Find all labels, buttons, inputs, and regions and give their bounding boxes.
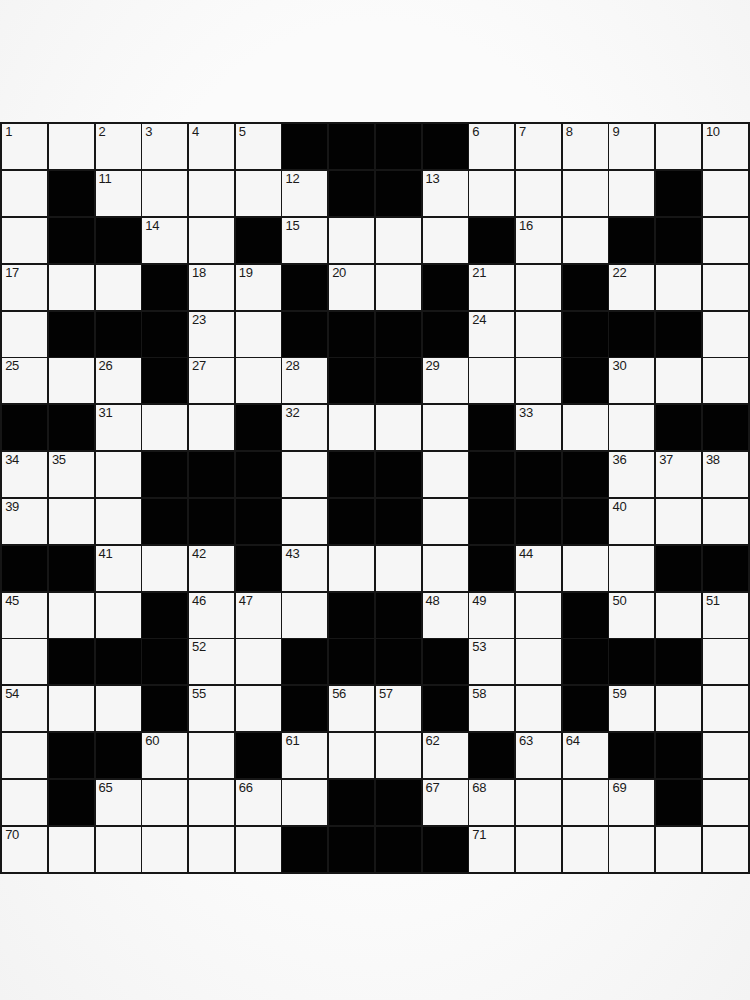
cell-r11c7[interactable]	[282, 593, 327, 638]
cell-r6c1[interactable]: 25	[2, 358, 47, 403]
cell-r4c1[interactable]: 17	[2, 265, 47, 310]
cell-r5c7	[282, 312, 327, 357]
clue-number: 41	[99, 547, 113, 561]
cell-r3c10[interactable]	[423, 218, 468, 263]
cell-r14c6	[236, 733, 281, 778]
cell-r4c8[interactable]: 20	[329, 265, 374, 310]
clue-number: 34	[5, 453, 19, 467]
cell-r3c14	[609, 218, 654, 263]
cell-r14c2	[49, 733, 94, 778]
cell-r2c15	[656, 171, 701, 216]
cell-r10c16	[703, 546, 748, 591]
cell-r2c8	[329, 171, 374, 216]
cell-r7c4[interactable]	[142, 405, 187, 450]
cell-r12c4	[142, 639, 187, 684]
cell-r10c9[interactable]	[376, 546, 421, 591]
cell-r10c3[interactable]: 41	[96, 546, 141, 591]
cell-r14c10[interactable]: 62	[423, 733, 468, 778]
cell-r13c1[interactable]: 54	[2, 686, 47, 731]
cell-r11c14[interactable]: 50	[609, 593, 654, 638]
clue-number: 43	[285, 547, 299, 561]
cell-r11c2[interactable]	[49, 593, 94, 638]
cell-r8c4	[142, 452, 187, 497]
cell-r2c12[interactable]	[516, 171, 561, 216]
cell-r12c13	[563, 639, 608, 684]
cell-r7c5[interactable]	[189, 405, 234, 450]
cell-r16c16[interactable]	[703, 827, 748, 872]
cell-r6c4	[142, 358, 187, 403]
cell-r6c16[interactable]	[703, 358, 748, 403]
clue-number: 33	[519, 406, 533, 420]
cell-r3c15	[656, 218, 701, 263]
cell-r12c11[interactable]: 53	[469, 639, 514, 684]
crossword-grid: 1234567891011121314151617181920212223242…	[0, 122, 750, 874]
clue-number: 63	[519, 734, 533, 748]
cell-r9c15[interactable]	[656, 499, 701, 544]
cell-r13c5[interactable]: 55	[189, 686, 234, 731]
cell-r7c8[interactable]	[329, 405, 374, 450]
cell-r15c13[interactable]	[563, 780, 608, 825]
cell-r2c11[interactable]	[469, 171, 514, 216]
cell-r5c15	[656, 312, 701, 357]
cell-r13c12[interactable]	[516, 686, 561, 731]
cell-r4c12[interactable]	[516, 265, 561, 310]
cell-r4c5[interactable]: 18	[189, 265, 234, 310]
cell-r6c3[interactable]: 26	[96, 358, 141, 403]
cell-r3c8[interactable]	[329, 218, 374, 263]
cell-r8c6	[236, 452, 281, 497]
cell-r1c5[interactable]: 4	[189, 124, 234, 169]
clue-number: 71	[472, 828, 486, 842]
clue-number: 66	[239, 781, 253, 795]
cell-r9c9	[376, 499, 421, 544]
cell-r6c7[interactable]: 28	[282, 358, 327, 403]
clue-number: 21	[472, 266, 486, 280]
cell-r3c1[interactable]	[2, 218, 47, 263]
cell-r14c14	[609, 733, 654, 778]
cell-r3c5[interactable]	[189, 218, 234, 263]
cell-r6c15[interactable]	[656, 358, 701, 403]
cell-r5c6[interactable]	[236, 312, 281, 357]
cell-r11c16[interactable]: 51	[703, 593, 748, 638]
clue-number: 18	[192, 266, 206, 280]
cell-r9c10[interactable]	[423, 499, 468, 544]
cell-r2c10[interactable]: 13	[423, 171, 468, 216]
cell-r15c1[interactable]	[2, 780, 47, 825]
cell-r15c15	[656, 780, 701, 825]
cell-r1c1[interactable]: 1	[2, 124, 47, 169]
cell-r7c7[interactable]: 32	[282, 405, 327, 450]
cell-r5c16[interactable]	[703, 312, 748, 357]
cell-r15c16[interactable]	[703, 780, 748, 825]
cell-r12c9	[376, 639, 421, 684]
cell-r15c3[interactable]: 65	[96, 780, 141, 825]
clue-number: 37	[659, 453, 673, 467]
cell-r8c16[interactable]: 38	[703, 452, 748, 497]
cell-r10c13[interactable]	[563, 546, 608, 591]
clue-number: 61	[285, 734, 299, 748]
clue-number: 51	[706, 594, 720, 608]
cell-r11c13	[563, 593, 608, 638]
clue-number: 9	[612, 125, 619, 139]
cell-r4c16[interactable]	[703, 265, 748, 310]
cell-r11c3[interactable]	[96, 593, 141, 638]
cell-r12c6[interactable]	[236, 639, 281, 684]
clue-number: 2	[99, 125, 106, 139]
cell-r13c14[interactable]: 59	[609, 686, 654, 731]
cell-r6c5[interactable]: 27	[189, 358, 234, 403]
cell-r2c4[interactable]	[142, 171, 187, 216]
cell-r15c8	[329, 780, 374, 825]
cell-r4c9[interactable]	[376, 265, 421, 310]
cell-r11c4	[142, 593, 187, 638]
cell-r14c13[interactable]: 64	[563, 733, 608, 778]
cell-r7c6	[236, 405, 281, 450]
clue-number: 70	[5, 828, 19, 842]
cell-r7c10[interactable]	[423, 405, 468, 450]
cell-r16c13[interactable]	[563, 827, 608, 872]
cell-r8c12	[516, 452, 561, 497]
clue-number: 38	[706, 453, 720, 467]
cell-r3c3	[96, 218, 141, 263]
cell-r3c7[interactable]: 15	[282, 218, 327, 263]
clue-number: 11	[99, 172, 112, 186]
clue-number: 10	[706, 125, 720, 139]
cell-r12c16[interactable]	[703, 639, 748, 684]
clue-number: 55	[192, 687, 206, 701]
clue-number: 22	[612, 266, 626, 280]
clue-number: 50	[612, 594, 626, 608]
cell-r13c11[interactable]: 58	[469, 686, 514, 731]
cell-r1c8	[329, 124, 374, 169]
cell-r15c7[interactable]	[282, 780, 327, 825]
cell-r14c5[interactable]	[189, 733, 234, 778]
clue-number: 24	[472, 313, 486, 327]
cell-r5c2	[49, 312, 94, 357]
cell-r1c7	[282, 124, 327, 169]
cell-r2c16[interactable]	[703, 171, 748, 216]
cell-r10c6	[236, 546, 281, 591]
cell-r2c7[interactable]: 12	[282, 171, 327, 216]
cell-r6c14[interactable]: 30	[609, 358, 654, 403]
cell-r7c14[interactable]	[609, 405, 654, 450]
clue-number: 53	[472, 640, 486, 654]
cell-r16c11[interactable]: 71	[469, 827, 514, 872]
cell-r12c1[interactable]	[2, 639, 47, 684]
cell-r5c14	[609, 312, 654, 357]
cell-r13c13	[563, 686, 608, 731]
cell-r15c12[interactable]	[516, 780, 561, 825]
cell-r14c16[interactable]	[703, 733, 748, 778]
cell-r7c15	[656, 405, 701, 450]
cell-r12c12[interactable]	[516, 639, 561, 684]
cell-r12c8	[329, 639, 374, 684]
cell-r5c3	[96, 312, 141, 357]
cell-r6c8	[329, 358, 374, 403]
cell-r14c8[interactable]	[329, 733, 374, 778]
cell-r14c3	[96, 733, 141, 778]
cell-r2c6[interactable]	[236, 171, 281, 216]
cell-r7c1	[2, 405, 47, 450]
cell-r1c3[interactable]: 2	[96, 124, 141, 169]
cell-r10c2	[49, 546, 94, 591]
cell-r7c2	[49, 405, 94, 450]
cell-r9c4	[142, 499, 187, 544]
crossword-page: 1234567891011121314151617181920212223242…	[0, 0, 750, 1000]
clue-number: 40	[612, 500, 626, 514]
cell-r3c4[interactable]: 14	[142, 218, 187, 263]
cell-r4c2[interactable]	[49, 265, 94, 310]
cell-r14c9[interactable]	[376, 733, 421, 778]
cell-r16c6[interactable]	[236, 827, 281, 872]
cell-r3c2	[49, 218, 94, 263]
cell-r8c13	[563, 452, 608, 497]
cell-r13c2[interactable]	[49, 686, 94, 731]
cell-r1c10	[423, 124, 468, 169]
clue-number: 27	[192, 359, 206, 373]
cell-r9c13	[563, 499, 608, 544]
cell-r2c14[interactable]	[609, 171, 654, 216]
cell-r1c16[interactable]: 10	[703, 124, 748, 169]
cell-r13c9[interactable]: 57	[376, 686, 421, 731]
clue-number: 65	[99, 781, 113, 795]
cell-r5c13	[563, 312, 608, 357]
cell-r15c5[interactable]	[189, 780, 234, 825]
cell-r2c5[interactable]	[189, 171, 234, 216]
cell-r16c3[interactable]	[96, 827, 141, 872]
cell-r16c4[interactable]	[142, 827, 187, 872]
cell-r1c14[interactable]: 9	[609, 124, 654, 169]
cell-r3c11	[469, 218, 514, 263]
cell-r5c11[interactable]: 24	[469, 312, 514, 357]
cell-r12c7	[282, 639, 327, 684]
cell-r1c4[interactable]: 3	[142, 124, 187, 169]
clue-number: 25	[5, 359, 19, 373]
cell-r8c3[interactable]	[96, 452, 141, 497]
cell-r16c2[interactable]	[49, 827, 94, 872]
cell-r12c15	[656, 639, 701, 684]
cell-r10c15	[656, 546, 701, 591]
cell-r1c12[interactable]: 7	[516, 124, 561, 169]
cell-r5c4	[142, 312, 187, 357]
cell-r11c10[interactable]: 48	[423, 593, 468, 638]
cell-r10c12[interactable]: 44	[516, 546, 561, 591]
cell-r9c14[interactable]: 40	[609, 499, 654, 544]
cell-r8c8	[329, 452, 374, 497]
cell-r6c10[interactable]: 29	[423, 358, 468, 403]
cell-r7c3[interactable]: 31	[96, 405, 141, 450]
cell-r1c6[interactable]: 5	[236, 124, 281, 169]
clue-number: 42	[192, 547, 206, 561]
cell-r9c3[interactable]	[96, 499, 141, 544]
cell-r11c6[interactable]: 47	[236, 593, 281, 638]
cell-r16c15[interactable]	[656, 827, 701, 872]
clue-number: 49	[472, 594, 486, 608]
cell-r9c8	[329, 499, 374, 544]
cell-r5c8	[329, 312, 374, 357]
cell-r5c1[interactable]	[2, 312, 47, 357]
cell-r4c15[interactable]	[656, 265, 701, 310]
clue-number: 8	[566, 125, 573, 139]
cell-r13c8[interactable]: 56	[329, 686, 374, 731]
cell-r8c14[interactable]: 36	[609, 452, 654, 497]
cell-r12c10	[423, 639, 468, 684]
clue-number: 57	[379, 687, 393, 701]
cell-r4c3[interactable]	[96, 265, 141, 310]
cell-r2c1[interactable]	[2, 171, 47, 216]
cell-r6c12[interactable]	[516, 358, 561, 403]
cell-r3c6	[236, 218, 281, 263]
cell-r13c6[interactable]	[236, 686, 281, 731]
clue-number: 46	[192, 594, 206, 608]
clue-number: 56	[332, 687, 346, 701]
cell-r11c5[interactable]: 46	[189, 593, 234, 638]
clue-number: 52	[192, 640, 206, 654]
cell-r5c5[interactable]: 23	[189, 312, 234, 357]
clue-number: 28	[285, 359, 299, 373]
clue-number: 19	[239, 266, 253, 280]
cell-r12c5[interactable]: 52	[189, 639, 234, 684]
cell-r3c12[interactable]: 16	[516, 218, 561, 263]
cell-r10c4[interactable]	[142, 546, 187, 591]
clue-number: 14	[145, 219, 159, 233]
cell-r11c1[interactable]: 45	[2, 593, 47, 638]
cell-r12c3	[96, 639, 141, 684]
cell-r2c13[interactable]	[563, 171, 608, 216]
cell-r9c12	[516, 499, 561, 544]
cell-r3c13[interactable]	[563, 218, 608, 263]
clue-number: 17	[5, 266, 19, 280]
clue-number: 69	[612, 781, 626, 795]
cell-r1c2[interactable]	[49, 124, 94, 169]
cell-r10c7[interactable]: 43	[282, 546, 327, 591]
clue-number: 31	[99, 406, 113, 420]
cell-r10c11	[469, 546, 514, 591]
cell-r8c2[interactable]: 35	[49, 452, 94, 497]
cell-r2c9	[376, 171, 421, 216]
cell-r15c10[interactable]: 67	[423, 780, 468, 825]
cell-r7c12[interactable]: 33	[516, 405, 561, 450]
cell-r9c1[interactable]: 39	[2, 499, 47, 544]
cell-r1c11[interactable]: 6	[469, 124, 514, 169]
cell-r1c15[interactable]	[656, 124, 701, 169]
cell-r1c9	[376, 124, 421, 169]
cell-r14c1[interactable]	[2, 733, 47, 778]
clue-number: 30	[612, 359, 626, 373]
cell-r16c12[interactable]	[516, 827, 561, 872]
clue-number: 3	[145, 125, 152, 139]
cell-r15c14[interactable]: 69	[609, 780, 654, 825]
clue-number: 62	[426, 734, 440, 748]
clue-number: 7	[519, 125, 526, 139]
cell-r6c6[interactable]	[236, 358, 281, 403]
cell-r4c11[interactable]: 21	[469, 265, 514, 310]
cell-r10c5[interactable]: 42	[189, 546, 234, 591]
cell-r4c6[interactable]: 19	[236, 265, 281, 310]
cell-r15c4[interactable]	[142, 780, 187, 825]
cell-r13c3[interactable]	[96, 686, 141, 731]
clue-number: 26	[99, 359, 113, 373]
clue-number: 1	[5, 125, 12, 139]
cell-r8c10[interactable]	[423, 452, 468, 497]
clue-number: 68	[472, 781, 486, 795]
cell-r9c7[interactable]	[282, 499, 327, 544]
cell-r13c10	[423, 686, 468, 731]
cell-r14c4[interactable]: 60	[142, 733, 187, 778]
cell-r13c15[interactable]	[656, 686, 701, 731]
cell-r10c8[interactable]	[329, 546, 374, 591]
cell-r6c9	[376, 358, 421, 403]
cell-r3c9[interactable]	[376, 218, 421, 263]
cell-r11c15[interactable]	[656, 593, 701, 638]
clue-number: 32	[285, 406, 299, 420]
cell-r15c2	[49, 780, 94, 825]
cell-r14c7[interactable]: 61	[282, 733, 327, 778]
cell-r15c6[interactable]: 66	[236, 780, 281, 825]
cell-r2c3[interactable]: 11	[96, 171, 141, 216]
cell-r8c15[interactable]: 37	[656, 452, 701, 497]
cell-r14c12[interactable]: 63	[516, 733, 561, 778]
cell-r6c13	[563, 358, 608, 403]
cell-r10c14[interactable]	[609, 546, 654, 591]
cell-r2c2	[49, 171, 94, 216]
cell-r8c1[interactable]: 34	[2, 452, 47, 497]
cell-r15c9	[376, 780, 421, 825]
cell-r9c2[interactable]	[49, 499, 94, 544]
cell-r14c15	[656, 733, 701, 778]
cell-r7c13[interactable]	[563, 405, 608, 450]
cell-r6c2[interactable]	[49, 358, 94, 403]
cell-r1c13[interactable]: 8	[563, 124, 608, 169]
cell-r5c12[interactable]	[516, 312, 561, 357]
cell-r16c5[interactable]	[189, 827, 234, 872]
cell-r16c14[interactable]	[609, 827, 654, 872]
cell-r4c10	[423, 265, 468, 310]
clue-number: 64	[566, 734, 580, 748]
cell-r7c9[interactable]	[376, 405, 421, 450]
cell-r15c11[interactable]: 68	[469, 780, 514, 825]
cell-r6c11[interactable]	[469, 358, 514, 403]
cell-r13c7	[282, 686, 327, 731]
cell-r5c10	[423, 312, 468, 357]
cell-r4c7	[282, 265, 327, 310]
cell-r7c16	[703, 405, 748, 450]
cell-r13c4	[142, 686, 187, 731]
cell-r16c1[interactable]: 70	[2, 827, 47, 872]
clue-number: 67	[426, 781, 440, 795]
clue-number: 48	[426, 594, 440, 608]
cell-r8c7[interactable]	[282, 452, 327, 497]
cell-r16c8	[329, 827, 374, 872]
cell-r4c4	[142, 265, 187, 310]
clue-number: 15	[285, 219, 299, 233]
cell-r12c14	[609, 639, 654, 684]
cell-r10c10[interactable]	[423, 546, 468, 591]
clue-number: 60	[145, 734, 159, 748]
cell-r13c16[interactable]	[703, 686, 748, 731]
cell-r12c2	[49, 639, 94, 684]
cell-r14c11	[469, 733, 514, 778]
cell-r11c11[interactable]: 49	[469, 593, 514, 638]
cell-r4c14[interactable]: 22	[609, 265, 654, 310]
cell-r3c16[interactable]	[703, 218, 748, 263]
clue-number: 16	[519, 219, 533, 233]
clue-number: 12	[285, 172, 299, 186]
cell-r4c13	[563, 265, 608, 310]
cell-r9c16[interactable]	[703, 499, 748, 544]
cell-r9c6	[236, 499, 281, 544]
cell-r11c12[interactable]	[516, 593, 561, 638]
